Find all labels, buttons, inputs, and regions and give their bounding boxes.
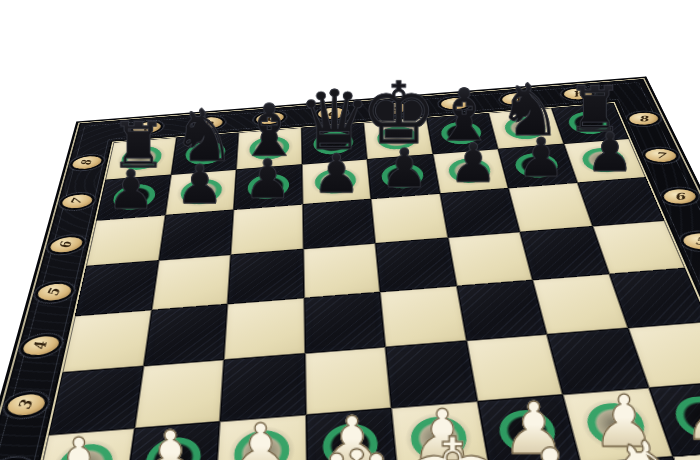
- coordinate-label-7: 7: [656, 151, 666, 160]
- coordinate-label-6: 6: [673, 192, 687, 201]
- square-a7[interactable]: ♟: [96, 175, 171, 221]
- black-pawn-a7[interactable]: ♟: [96, 175, 171, 221]
- coordinate-medallion-5: 5: [35, 284, 74, 301]
- white-queen-icon: ♛: [301, 435, 410, 460]
- black-pawn-icon: ♟: [449, 136, 497, 190]
- square-c7[interactable]: ♟: [234, 164, 303, 210]
- black-pawn-d7[interactable]: ♟: [302, 159, 371, 204]
- square-h4[interactable]: [609, 268, 700, 328]
- coordinate-label-3: 3: [16, 400, 37, 411]
- coordinate-label-f: f: [451, 100, 459, 107]
- square-a6[interactable]: [86, 215, 165, 266]
- coordinate-label-8: 8: [638, 115, 650, 123]
- coordinate-label-a: a: [142, 123, 152, 131]
- square-e4[interactable]: [380, 286, 466, 347]
- coordinate-medallion-8: 8: [72, 155, 102, 171]
- coordinate-label-7: 7: [69, 198, 86, 205]
- square-d7[interactable]: ♟: [302, 159, 371, 204]
- black-pawn-icon: ♟: [176, 157, 224, 211]
- black-pawn-icon: ♟: [381, 141, 429, 195]
- black-pawn-b7[interactable]: ♟: [165, 169, 236, 215]
- square-f6[interactable]: [440, 188, 520, 237]
- square-b7[interactable]: ♟: [165, 169, 236, 215]
- square-d5[interactable]: [303, 243, 380, 298]
- coordinate-medallion-3: 3: [4, 395, 48, 416]
- square-e5[interactable]: [375, 237, 456, 292]
- coordinate-label-c: c: [265, 114, 275, 122]
- square-d4[interactable]: [304, 292, 386, 353]
- coordinate-label-e: e: [387, 104, 399, 112]
- coordinate-medallion-6: 6: [50, 235, 83, 254]
- square-f4[interactable]: [456, 280, 546, 340]
- black-pawn-g7[interactable]: ♟: [498, 144, 577, 189]
- black-pawn-e7[interactable]: ♟: [367, 154, 440, 199]
- coordinate-label-4: 4: [32, 341, 51, 350]
- black-pawn-icon: ♟: [586, 125, 634, 179]
- coordinate-medallion-6: 6: [660, 187, 699, 205]
- coordinate-slot: 2: [0, 436, 41, 460]
- white-pawn-icon: ♟: [47, 428, 111, 460]
- board-scene: abcdefgh abcdefgh 87654321 87654321 ♜♞♝♛…: [0, 0, 700, 460]
- square-g4[interactable]: [533, 274, 628, 334]
- coordinate-label-b: b: [204, 119, 213, 127]
- black-pawn-icon: ♟: [517, 130, 565, 184]
- square-e7[interactable]: ♟: [367, 154, 440, 199]
- white-king-icon: ♚: [396, 422, 510, 460]
- coordinate-medallion-7: 7: [644, 149, 678, 162]
- board-grid: ♜♞♝♛♚♝♞♜♟♟♟♟♟♟♟♟♟♟♟♟♟♟♟♟♜♞♝♛♚♝♞♜: [14, 103, 700, 460]
- square-c4[interactable]: [224, 298, 305, 359]
- black-pawn-icon: ♟: [312, 147, 360, 201]
- white-knight-icon: ♞: [599, 427, 695, 460]
- square-g7[interactable]: ♟: [498, 144, 577, 189]
- square-f7[interactable]: ♟: [433, 149, 509, 194]
- coordinate-medallion-h: h: [563, 88, 593, 99]
- chess-board: abcdefgh abcdefgh 87654321 87654321 ♜♞♝♛…: [0, 77, 700, 460]
- square-h7[interactable]: ♟: [563, 138, 645, 182]
- white-bishop-icon: ♝: [502, 435, 598, 460]
- coordinate-label-6: 6: [58, 241, 75, 249]
- square-d6[interactable]: [302, 199, 375, 249]
- coordinate-label-d: d: [327, 109, 337, 117]
- coordinate-label-5: 5: [45, 288, 64, 296]
- white-pawn-icon: ♟: [138, 421, 202, 460]
- black-pawn-c7[interactable]: ♟: [234, 164, 303, 210]
- chess-set-photo: abcdefgh abcdefgh 87654321 87654321 ♜♞♝♛…: [0, 0, 700, 460]
- square-b4[interactable]: [143, 304, 227, 366]
- coordinate-medallion-7: 7: [60, 195, 95, 209]
- coordinate-medallion-5: 5: [682, 233, 700, 249]
- square-a4[interactable]: [62, 310, 151, 372]
- coordinate-label-g: g: [509, 94, 522, 102]
- square-a5[interactable]: [75, 260, 158, 316]
- coordinate-label-8: 8: [80, 159, 95, 165]
- black-pawn-f7[interactable]: ♟: [433, 149, 509, 194]
- black-pawn-h7[interactable]: ♟: [563, 138, 645, 182]
- coordinate-label-h: h: [571, 90, 583, 98]
- square-a2[interactable]: ♟: [32, 428, 134, 460]
- white-pawn-a2[interactable]: ♟: [32, 428, 134, 460]
- square-c6[interactable]: [231, 204, 303, 254]
- coordinate-label-5: 5: [695, 236, 700, 247]
- coordinate-medallion-4: 4: [22, 334, 60, 357]
- black-pawn-icon: ♟: [107, 163, 155, 217]
- black-pawn-icon: ♟: [244, 152, 292, 206]
